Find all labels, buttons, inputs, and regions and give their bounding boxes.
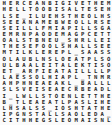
grid-cell-r20c17[interactable]: L xyxy=(105,118,112,124)
word-search-grid: HERCEANBIGIVETHEMHELLTOOBISALTESEHLSE_IL… xyxy=(0,0,112,125)
